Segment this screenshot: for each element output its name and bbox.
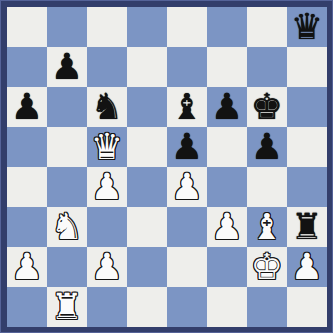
square-h5[interactable] — [287, 127, 327, 167]
square-e4[interactable]: ♟ — [167, 167, 207, 207]
piece-black-pawn-g5[interactable]: ♟ — [247, 127, 287, 167]
square-d7[interactable] — [127, 47, 167, 87]
square-f8[interactable] — [207, 7, 247, 47]
square-g8[interactable] — [247, 7, 287, 47]
piece-white-rook-b1[interactable]: ♜ — [47, 287, 87, 327]
square-d8[interactable] — [127, 7, 167, 47]
piece-black-pawn-f6[interactable]: ♟ — [207, 87, 247, 127]
board-frame: ♛♟♟♞♝♟♚♛♟♟♟♟♞♟♝♜♟♟♚♟♜ — [0, 0, 333, 333]
square-f3[interactable]: ♟ — [207, 207, 247, 247]
piece-black-bishop-e6[interactable]: ♝ — [167, 87, 207, 127]
square-a8[interactable] — [7, 7, 47, 47]
square-c6[interactable]: ♞ — [87, 87, 127, 127]
piece-black-rook-h3[interactable]: ♜ — [287, 207, 327, 247]
piece-black-queen-h8[interactable]: ♛ — [287, 7, 327, 47]
square-f2[interactable] — [207, 247, 247, 287]
square-e7[interactable] — [167, 47, 207, 87]
piece-white-pawn-e4[interactable]: ♟ — [167, 167, 207, 207]
square-g4[interactable] — [247, 167, 287, 207]
piece-black-pawn-e5[interactable]: ♟ — [167, 127, 207, 167]
square-b3[interactable]: ♞ — [47, 207, 87, 247]
square-d1[interactable] — [127, 287, 167, 327]
square-g2[interactable]: ♚ — [247, 247, 287, 287]
square-a3[interactable] — [7, 207, 47, 247]
square-f5[interactable] — [207, 127, 247, 167]
square-h6[interactable] — [287, 87, 327, 127]
square-c3[interactable] — [87, 207, 127, 247]
square-h2[interactable]: ♟ — [287, 247, 327, 287]
square-a5[interactable] — [7, 127, 47, 167]
square-g3[interactable]: ♝ — [247, 207, 287, 247]
square-a4[interactable] — [7, 167, 47, 207]
piece-white-pawn-c2[interactable]: ♟ — [87, 247, 127, 287]
square-e5[interactable]: ♟ — [167, 127, 207, 167]
piece-white-pawn-a2[interactable]: ♟ — [7, 247, 47, 287]
square-d6[interactable] — [127, 87, 167, 127]
piece-black-pawn-b7[interactable]: ♟ — [47, 47, 87, 87]
square-h3[interactable]: ♜ — [287, 207, 327, 247]
square-d4[interactable] — [127, 167, 167, 207]
square-h7[interactable] — [287, 47, 327, 87]
piece-white-pawn-c4[interactable]: ♟ — [87, 167, 127, 207]
piece-black-knight-c6[interactable]: ♞ — [87, 87, 127, 127]
square-h4[interactable] — [287, 167, 327, 207]
piece-white-pawn-f3[interactable]: ♟ — [207, 207, 247, 247]
square-c5[interactable]: ♛ — [87, 127, 127, 167]
square-e1[interactable] — [167, 287, 207, 327]
square-a6[interactable]: ♟ — [7, 87, 47, 127]
piece-white-king-g2[interactable]: ♚ — [247, 247, 287, 287]
square-g5[interactable]: ♟ — [247, 127, 287, 167]
square-d2[interactable] — [127, 247, 167, 287]
square-a7[interactable] — [7, 47, 47, 87]
square-b1[interactable]: ♜ — [47, 287, 87, 327]
square-h8[interactable]: ♛ — [287, 7, 327, 47]
square-b5[interactable] — [47, 127, 87, 167]
square-b2[interactable] — [47, 247, 87, 287]
square-c4[interactable]: ♟ — [87, 167, 127, 207]
square-f7[interactable] — [207, 47, 247, 87]
piece-white-pawn-h2[interactable]: ♟ — [287, 247, 327, 287]
square-a1[interactable] — [7, 287, 47, 327]
square-c1[interactable] — [87, 287, 127, 327]
square-c7[interactable] — [87, 47, 127, 87]
square-e2[interactable] — [167, 247, 207, 287]
square-e3[interactable] — [167, 207, 207, 247]
square-f1[interactable] — [207, 287, 247, 327]
piece-white-bishop-g3[interactable]: ♝ — [247, 207, 287, 247]
square-c2[interactable]: ♟ — [87, 247, 127, 287]
square-g1[interactable] — [247, 287, 287, 327]
square-g7[interactable] — [247, 47, 287, 87]
piece-white-queen-c5[interactable]: ♛ — [87, 127, 127, 167]
piece-black-king-g6[interactable]: ♚ — [247, 87, 287, 127]
square-d3[interactable] — [127, 207, 167, 247]
square-a2[interactable]: ♟ — [7, 247, 47, 287]
square-g6[interactable]: ♚ — [247, 87, 287, 127]
square-b4[interactable] — [47, 167, 87, 207]
square-d5[interactable] — [127, 127, 167, 167]
square-f4[interactable] — [207, 167, 247, 207]
square-b8[interactable] — [47, 7, 87, 47]
square-f6[interactable]: ♟ — [207, 87, 247, 127]
square-b6[interactable] — [47, 87, 87, 127]
square-c8[interactable] — [87, 7, 127, 47]
piece-black-pawn-a6[interactable]: ♟ — [7, 87, 47, 127]
square-b7[interactable]: ♟ — [47, 47, 87, 87]
piece-white-knight-b3[interactable]: ♞ — [47, 207, 87, 247]
square-h1[interactable] — [287, 287, 327, 327]
chess-board: ♛♟♟♞♝♟♚♛♟♟♟♟♞♟♝♜♟♟♚♟♜ — [7, 7, 327, 327]
square-e6[interactable]: ♝ — [167, 87, 207, 127]
square-e8[interactable] — [167, 7, 207, 47]
